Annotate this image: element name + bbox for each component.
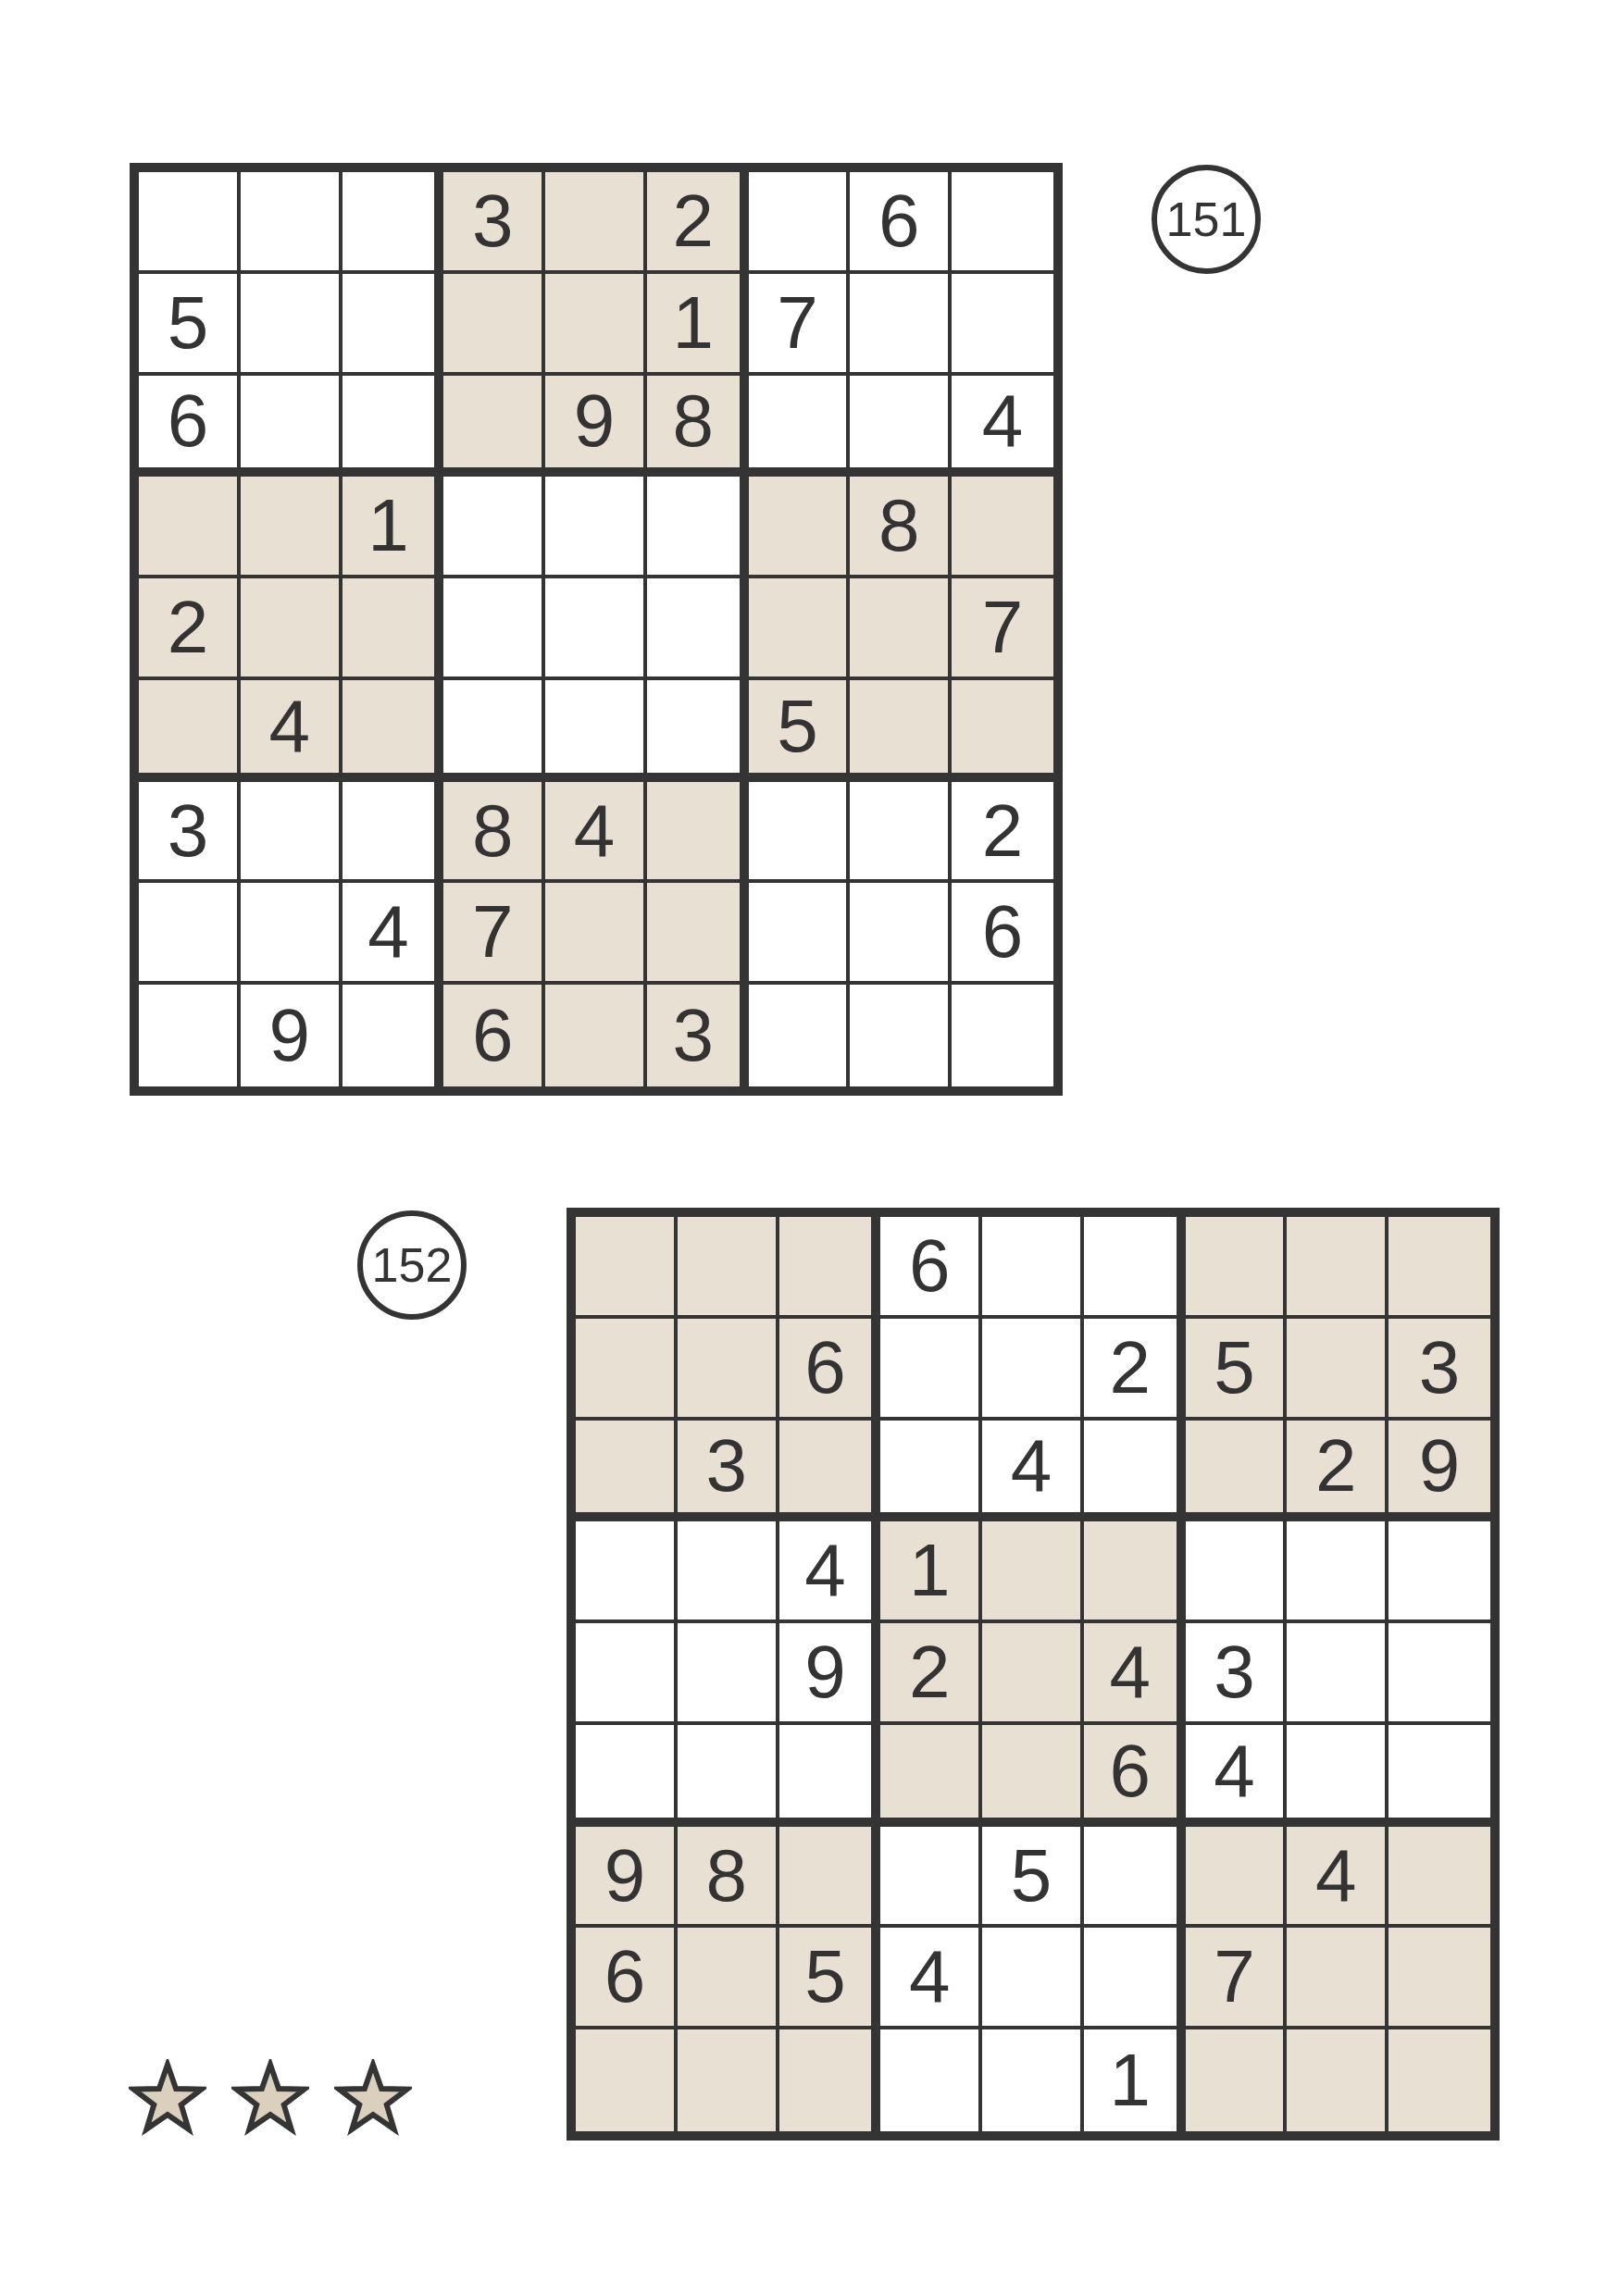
cell-r3c3[interactable] xyxy=(342,376,444,478)
cell-r5c4: 2 xyxy=(880,1623,982,1725)
cell-r1c9[interactable] xyxy=(952,172,1053,274)
cell-r2c7: 5 xyxy=(1186,1319,1288,1421)
cell-r6c6[interactable] xyxy=(647,680,749,782)
cell-r1c9[interactable] xyxy=(1389,1217,1490,1319)
cell-r5c2[interactable] xyxy=(678,1623,779,1725)
cell-r8c1[interactable] xyxy=(139,883,241,985)
cell-r2c4[interactable] xyxy=(880,1319,982,1421)
cell-r3c4[interactable] xyxy=(880,1421,982,1522)
cell-r7c6[interactable] xyxy=(1084,1827,1186,1929)
cell-r5c1: 2 xyxy=(139,578,241,680)
cell-r8c9: 6 xyxy=(952,883,1053,985)
cell-r1c1[interactable] xyxy=(576,1217,678,1319)
puzzle-number-label-151: 151 xyxy=(1166,192,1247,247)
cell-r5c9: 7 xyxy=(952,578,1053,680)
cell-r5c4[interactable] xyxy=(443,578,545,680)
cell-r2c6: 1 xyxy=(647,274,749,376)
puzzle-number-label-152: 152 xyxy=(372,1237,453,1293)
cell-r5c5[interactable] xyxy=(545,578,647,680)
cell-r8c4: 4 xyxy=(880,1928,982,2029)
cell-r4c6[interactable] xyxy=(647,477,749,578)
cell-r6c9[interactable] xyxy=(1389,1725,1490,1827)
cell-r1c5[interactable] xyxy=(545,172,647,274)
cell-r2c2[interactable] xyxy=(241,274,342,376)
cell-r5c7[interactable] xyxy=(749,578,851,680)
cell-r8c8[interactable] xyxy=(850,883,952,985)
cell-r1c3[interactable] xyxy=(342,172,444,274)
cell-r4c7[interactable] xyxy=(1186,1521,1288,1623)
cell-r3c1[interactable] xyxy=(576,1421,678,1522)
cell-r6c2[interactable] xyxy=(678,1725,779,1827)
cell-r6c8[interactable] xyxy=(1287,1725,1389,1827)
cell-r2c6: 2 xyxy=(1084,1319,1186,1421)
cell-r8c5[interactable] xyxy=(982,1928,1084,2029)
cell-r3c3[interactable] xyxy=(779,1421,881,1522)
cell-r1c8[interactable] xyxy=(1287,1217,1389,1319)
cell-r9c8[interactable] xyxy=(850,985,952,1086)
cell-r7c8[interactable] xyxy=(850,782,952,884)
cell-r5c8[interactable] xyxy=(1287,1623,1389,1725)
cell-r5c3: 9 xyxy=(779,1623,881,1725)
cell-r5c8[interactable] xyxy=(850,578,952,680)
cell-r7c7[interactable] xyxy=(749,782,851,884)
cell-r6c3[interactable] xyxy=(779,1725,881,1827)
cell-r9c1[interactable] xyxy=(139,985,241,1086)
cell-r6c7: 4 xyxy=(1186,1725,1288,1827)
cell-r8c5[interactable] xyxy=(545,883,647,985)
cell-r7c9[interactable] xyxy=(1389,1827,1490,1929)
cell-r8c3: 5 xyxy=(779,1928,881,2029)
cell-r2c8[interactable] xyxy=(850,274,952,376)
cell-r8c2[interactable] xyxy=(678,1928,779,2029)
cell-r1c6: 2 xyxy=(647,172,749,274)
cell-r2c3: 6 xyxy=(779,1319,881,1421)
cell-r1c7[interactable] xyxy=(1186,1217,1288,1319)
cell-r9c1[interactable] xyxy=(576,2029,678,2131)
cell-r7c4[interactable] xyxy=(880,1827,982,1929)
cell-r3c8: 2 xyxy=(1287,1421,1389,1522)
cell-r1c2[interactable] xyxy=(678,1217,779,1319)
page: 32651769841827453842476963 151 662533429… xyxy=(0,0,1619,2296)
cell-r7c9: 2 xyxy=(952,782,1053,884)
cell-r9c4: 6 xyxy=(443,985,545,1086)
cell-r2c4[interactable] xyxy=(443,274,545,376)
cell-r8c6[interactable] xyxy=(1084,1928,1186,2029)
cell-r9c8[interactable] xyxy=(1287,2029,1389,2131)
cell-r1c7[interactable] xyxy=(749,172,851,274)
cell-r3c5: 9 xyxy=(545,376,647,478)
cell-r2c5[interactable] xyxy=(982,1319,1084,1421)
cell-r1c1[interactable] xyxy=(139,172,241,274)
cell-r4c3: 1 xyxy=(342,477,444,578)
cell-r6c7: 5 xyxy=(749,680,851,782)
cell-r7c1: 9 xyxy=(576,1827,678,1929)
cell-r2c7: 7 xyxy=(749,274,851,376)
cell-r7c5: 5 xyxy=(982,1827,1084,1929)
cell-r4c3: 4 xyxy=(779,1521,881,1623)
cell-r8c9[interactable] xyxy=(1389,1928,1490,2029)
cell-r3c7[interactable] xyxy=(749,376,851,478)
cell-r3c7[interactable] xyxy=(1186,1421,1288,1522)
cell-r6c9[interactable] xyxy=(952,680,1053,782)
cell-r8c2[interactable] xyxy=(241,883,342,985)
cell-r6c5[interactable] xyxy=(545,680,647,782)
cell-r1c8: 6 xyxy=(850,172,952,274)
cell-r5c3[interactable] xyxy=(342,578,444,680)
cell-r1c6[interactable] xyxy=(1084,1217,1186,1319)
cell-r9c6: 1 xyxy=(1084,2029,1186,2131)
cell-r8c4: 7 xyxy=(443,883,545,985)
cell-r2c8[interactable] xyxy=(1287,1319,1389,1421)
cell-r3c8[interactable] xyxy=(850,376,952,478)
sudoku-grid-151: 32651769841827453842476963 xyxy=(130,163,1063,1096)
cell-r5c2[interactable] xyxy=(241,578,342,680)
cell-r9c3[interactable] xyxy=(342,985,444,1086)
cell-r8c1: 6 xyxy=(576,1928,678,2029)
cell-r6c4[interactable] xyxy=(443,680,545,782)
cell-r4c9[interactable] xyxy=(952,477,1053,578)
cell-r8c7[interactable] xyxy=(749,883,851,985)
cell-r3c6: 8 xyxy=(647,376,749,478)
cell-r7c8: 4 xyxy=(1287,1827,1389,1929)
cell-r6c6: 6 xyxy=(1084,1725,1186,1827)
cell-r9c4[interactable] xyxy=(880,2029,982,2131)
cell-r3c5: 4 xyxy=(982,1421,1084,1522)
cell-r2c2[interactable] xyxy=(678,1319,779,1421)
cell-r6c5[interactable] xyxy=(982,1725,1084,1827)
cell-r2c1[interactable] xyxy=(576,1319,678,1421)
cell-r7c7[interactable] xyxy=(1186,1827,1288,1929)
cell-r9c5[interactable] xyxy=(545,985,647,1086)
cell-r3c9: 4 xyxy=(952,376,1053,478)
cell-r4c1[interactable] xyxy=(576,1521,678,1623)
cell-r7c2[interactable] xyxy=(241,782,342,884)
cell-r5c9[interactable] xyxy=(1389,1623,1490,1725)
cell-r5c6: 4 xyxy=(1084,1623,1186,1725)
cell-r4c6[interactable] xyxy=(1084,1521,1186,1623)
cell-r3c6[interactable] xyxy=(1084,1421,1186,1522)
cell-r9c5[interactable] xyxy=(982,2029,1084,2131)
difficulty-star-icon xyxy=(334,2059,412,2137)
cell-r3c9: 9 xyxy=(1389,1421,1490,1522)
cell-r5c7: 3 xyxy=(1186,1623,1288,1725)
cell-r2c9: 3 xyxy=(1389,1319,1490,1421)
cell-r5c6[interactable] xyxy=(647,578,749,680)
cell-r7c1: 3 xyxy=(139,782,241,884)
cell-r4c1[interactable] xyxy=(139,477,241,578)
cell-r2c3[interactable] xyxy=(342,274,444,376)
cell-r9c9[interactable] xyxy=(1389,2029,1490,2131)
cell-r3c1: 6 xyxy=(139,376,241,478)
cell-r4c9[interactable] xyxy=(1389,1521,1490,1623)
cell-r3c2[interactable] xyxy=(241,376,342,478)
cell-r5c5[interactable] xyxy=(982,1623,1084,1725)
cell-r7c2: 8 xyxy=(678,1827,779,1929)
cell-r2c1: 5 xyxy=(139,274,241,376)
cell-r4c4[interactable] xyxy=(443,477,545,578)
cell-r1c2[interactable] xyxy=(241,172,342,274)
cell-r4c5[interactable] xyxy=(982,1521,1084,1623)
cell-r8c6[interactable] xyxy=(647,883,749,985)
cell-r7c4: 8 xyxy=(443,782,545,884)
cell-r9c6: 3 xyxy=(647,985,749,1086)
cell-r9c7[interactable] xyxy=(749,985,851,1086)
cell-r3c4[interactable] xyxy=(443,376,545,478)
cell-r7c3[interactable] xyxy=(779,1827,881,1929)
cell-r9c7[interactable] xyxy=(1186,2029,1288,2131)
cell-r9c3[interactable] xyxy=(779,2029,881,2131)
cell-r2c5[interactable] xyxy=(545,274,647,376)
cell-r1c5[interactable] xyxy=(982,1217,1084,1319)
cell-r6c2: 4 xyxy=(241,680,342,782)
cell-r6c3[interactable] xyxy=(342,680,444,782)
cell-r8c8[interactable] xyxy=(1287,1928,1389,2029)
sudoku-grid-152: 66253342941924364985465471 xyxy=(567,1208,1500,2141)
cell-r7c6[interactable] xyxy=(647,782,749,884)
cell-r6c8[interactable] xyxy=(850,680,952,782)
cell-r5c1[interactable] xyxy=(576,1623,678,1725)
cell-r4c2[interactable] xyxy=(241,477,342,578)
cell-r2c9[interactable] xyxy=(952,274,1053,376)
cell-r1c4: 3 xyxy=(443,172,545,274)
difficulty-star-icon xyxy=(129,2059,206,2137)
cell-r4c7[interactable] xyxy=(749,477,851,578)
cell-r9c9[interactable] xyxy=(952,985,1053,1086)
cell-r4c8[interactable] xyxy=(1287,1521,1389,1623)
cell-r4c5[interactable] xyxy=(545,477,647,578)
cell-r6c4[interactable] xyxy=(880,1725,982,1827)
cell-r8c7: 7 xyxy=(1186,1928,1288,2029)
puzzle-number-badge-152: 152 xyxy=(357,1210,467,1320)
cell-r4c4: 1 xyxy=(880,1521,982,1623)
cell-r3c2: 3 xyxy=(678,1421,779,1522)
cell-r8c3: 4 xyxy=(342,883,444,985)
cell-r6c1[interactable] xyxy=(139,680,241,782)
cell-r1c4: 6 xyxy=(880,1217,982,1319)
puzzle-number-badge-151: 151 xyxy=(1152,165,1261,274)
cell-r7c5: 4 xyxy=(545,782,647,884)
cell-r9c2: 9 xyxy=(241,985,342,1086)
cell-r4c8: 8 xyxy=(850,477,952,578)
difficulty-rating xyxy=(129,2059,412,2137)
cell-r4c2[interactable] xyxy=(678,1521,779,1623)
difficulty-star-icon xyxy=(231,2059,309,2137)
cell-r1c3[interactable] xyxy=(779,1217,881,1319)
cell-r6c1[interactable] xyxy=(576,1725,678,1827)
cell-r7c3[interactable] xyxy=(342,782,444,884)
cell-r9c2[interactable] xyxy=(678,2029,779,2131)
